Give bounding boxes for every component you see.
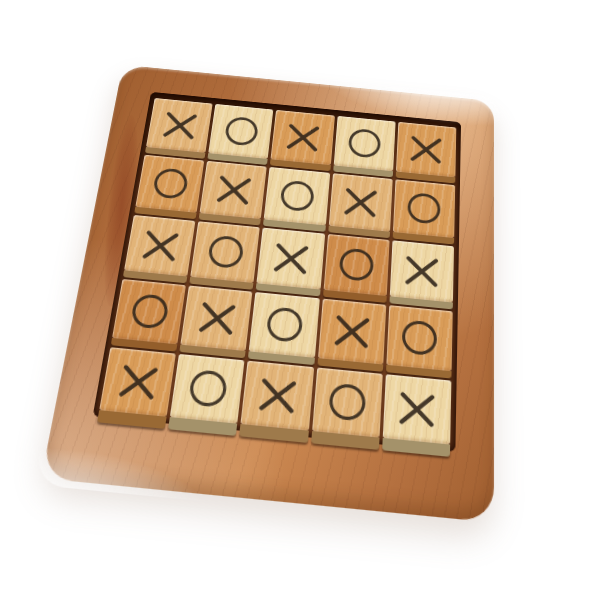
wooden-tray — [41, 65, 494, 523]
x-piece — [157, 106, 202, 145]
product-photo-background — [0, 0, 600, 600]
tile-r3c2[interactable] — [190, 221, 260, 283]
board-recess — [93, 92, 461, 452]
tile-r2c4[interactable] — [328, 173, 392, 232]
o-piece — [266, 306, 304, 343]
o-piece — [407, 192, 441, 225]
x-piece — [282, 118, 325, 157]
x-piece — [329, 308, 375, 355]
tile-r1c2[interactable] — [208, 104, 273, 159]
tile-r4c4[interactable] — [318, 299, 386, 365]
tile-r4c1[interactable] — [112, 279, 186, 344]
tile-r4c3[interactable] — [249, 292, 319, 358]
o-piece — [348, 128, 382, 159]
tile-r4c5[interactable] — [386, 305, 453, 371]
o-piece — [224, 116, 259, 147]
tile-r5c3[interactable] — [241, 361, 314, 431]
tile-r5c1[interactable] — [99, 347, 176, 417]
o-piece — [207, 235, 245, 269]
tile-r2c5[interactable] — [393, 179, 455, 238]
tile-r5c5[interactable] — [383, 374, 452, 444]
tile-r3c4[interactable] — [323, 234, 389, 296]
tile-r2c3[interactable] — [264, 167, 330, 225]
x-piece — [253, 371, 302, 420]
o-piece — [279, 180, 314, 213]
x-piece — [193, 295, 241, 341]
tile-r1c1[interactable] — [146, 98, 213, 153]
o-piece — [328, 383, 366, 422]
board-perspective-wrapper — [41, 65, 494, 523]
tile-r3c1[interactable] — [124, 215, 196, 277]
tile-r3c5[interactable] — [390, 240, 454, 302]
tile-grid — [99, 98, 456, 445]
x-piece — [406, 130, 446, 169]
o-piece — [152, 167, 189, 199]
board-rotation-wrapper — [65, 36, 515, 506]
x-piece — [136, 224, 184, 268]
tile-r2c1[interactable] — [135, 155, 204, 213]
tile-r2c2[interactable] — [200, 161, 267, 219]
tile-r5c4[interactable] — [312, 367, 383, 437]
o-piece — [339, 247, 375, 282]
o-piece — [402, 319, 438, 356]
tile-r1c3[interactable] — [271, 110, 335, 165]
x-piece — [394, 384, 440, 434]
x-piece — [401, 249, 444, 293]
x-piece — [268, 236, 313, 280]
tile-r1c5[interactable] — [396, 122, 457, 178]
o-piece — [129, 293, 169, 329]
tile-r1c4[interactable] — [333, 116, 395, 171]
tile-r3c3[interactable] — [257, 228, 325, 290]
x-piece — [211, 169, 256, 210]
x-piece — [339, 182, 382, 223]
tile-r5c2[interactable] — [170, 354, 245, 424]
x-piece — [112, 357, 164, 406]
tile-r4c2[interactable] — [181, 286, 253, 352]
o-piece — [188, 369, 228, 408]
